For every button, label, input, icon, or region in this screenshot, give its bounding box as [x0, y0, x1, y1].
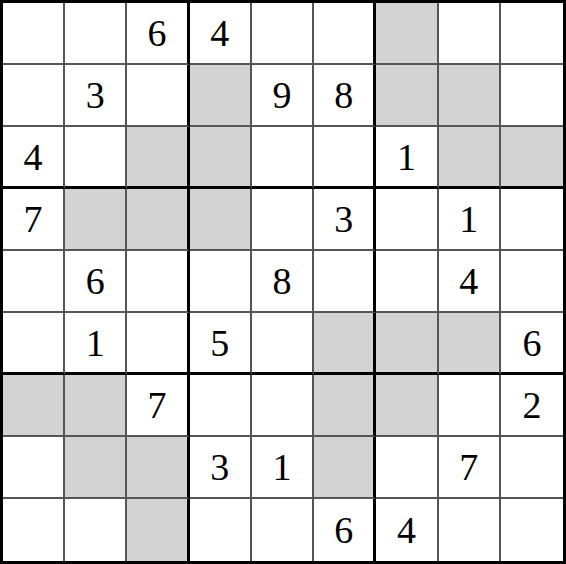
cell-r0c6[interactable] — [376, 3, 438, 65]
cell-r1c6[interactable] — [376, 65, 438, 127]
cell-r3c7-given: 1 — [439, 189, 501, 251]
cell-r2c2[interactable] — [127, 127, 189, 189]
cell-r8c0[interactable] — [3, 499, 65, 561]
cell-r6c3[interactable] — [190, 375, 252, 437]
cell-r7c2[interactable] — [127, 437, 189, 499]
cell-r3c2[interactable] — [127, 189, 189, 251]
cell-r6c5[interactable] — [314, 375, 376, 437]
cell-r3c4[interactable] — [252, 189, 314, 251]
cell-r1c3[interactable] — [190, 65, 252, 127]
cell-r6c8-given: 2 — [501, 375, 563, 437]
cell-r4c2[interactable] — [127, 251, 189, 313]
cell-r5c6[interactable] — [376, 313, 438, 375]
cell-r0c3-given: 4 — [190, 3, 252, 65]
cell-r3c3[interactable] — [190, 189, 252, 251]
cell-r7c1[interactable] — [65, 437, 127, 499]
cell-r0c2-given: 6 — [127, 3, 189, 65]
cell-r5c5[interactable] — [314, 313, 376, 375]
cell-r6c0[interactable] — [3, 375, 65, 437]
cell-r3c8[interactable] — [501, 189, 563, 251]
cell-r5c2[interactable] — [127, 313, 189, 375]
cell-r8c7[interactable] — [439, 499, 501, 561]
cell-r4c8[interactable] — [501, 251, 563, 313]
cell-r6c4[interactable] — [252, 375, 314, 437]
cell-r1c8[interactable] — [501, 65, 563, 127]
cell-r7c3-given: 3 — [190, 437, 252, 499]
cell-r4c1-given: 6 — [65, 251, 127, 313]
cell-r7c8[interactable] — [501, 437, 563, 499]
cell-r5c4[interactable] — [252, 313, 314, 375]
cell-r7c0[interactable] — [3, 437, 65, 499]
sudoku-board: 64398417316841567231764 — [0, 0, 566, 564]
cell-r3c0-given: 7 — [3, 189, 65, 251]
cell-r0c8[interactable] — [501, 3, 563, 65]
cell-r0c4[interactable] — [252, 3, 314, 65]
cell-r6c6[interactable] — [376, 375, 438, 437]
cell-r2c1[interactable] — [65, 127, 127, 189]
cell-r7c5[interactable] — [314, 437, 376, 499]
cell-r0c5[interactable] — [314, 3, 376, 65]
cell-r2c6-given: 1 — [376, 127, 438, 189]
cell-r8c3[interactable] — [190, 499, 252, 561]
cell-r2c0-given: 4 — [3, 127, 65, 189]
cell-r1c2[interactable] — [127, 65, 189, 127]
cell-r2c8[interactable] — [501, 127, 563, 189]
cell-r6c7[interactable] — [439, 375, 501, 437]
cell-r0c1[interactable] — [65, 3, 127, 65]
cell-r8c4[interactable] — [252, 499, 314, 561]
cell-r0c0[interactable] — [3, 3, 65, 65]
cell-r5c7[interactable] — [439, 313, 501, 375]
cell-r7c6[interactable] — [376, 437, 438, 499]
cell-r3c5-given: 3 — [314, 189, 376, 251]
cell-r8c8[interactable] — [501, 499, 563, 561]
cell-r4c5[interactable] — [314, 251, 376, 313]
cell-r1c4-given: 9 — [252, 65, 314, 127]
cell-r4c4-given: 8 — [252, 251, 314, 313]
cell-r8c1[interactable] — [65, 499, 127, 561]
cell-r3c6[interactable] — [376, 189, 438, 251]
cell-r6c1[interactable] — [65, 375, 127, 437]
cell-r7c7-given: 7 — [439, 437, 501, 499]
cell-r5c3-given: 5 — [190, 313, 252, 375]
cell-r4c3[interactable] — [190, 251, 252, 313]
cell-r8c2[interactable] — [127, 499, 189, 561]
cell-r8c6-given: 4 — [376, 499, 438, 561]
cell-r8c5-given: 6 — [314, 499, 376, 561]
cell-r1c0[interactable] — [3, 65, 65, 127]
cell-r0c7[interactable] — [439, 3, 501, 65]
cell-r2c5[interactable] — [314, 127, 376, 189]
cell-r5c8-given: 6 — [501, 313, 563, 375]
cell-r5c0[interactable] — [3, 313, 65, 375]
sudoku-puzzle: 64398417316841567231764 — [0, 0, 566, 564]
cell-r2c7[interactable] — [439, 127, 501, 189]
cell-r6c2-given: 7 — [127, 375, 189, 437]
cell-r1c1-given: 3 — [65, 65, 127, 127]
cell-r3c1[interactable] — [65, 189, 127, 251]
cell-r4c7-given: 4 — [439, 251, 501, 313]
cell-r4c0[interactable] — [3, 251, 65, 313]
cell-r1c7[interactable] — [439, 65, 501, 127]
cell-r2c4[interactable] — [252, 127, 314, 189]
cell-r2c3[interactable] — [190, 127, 252, 189]
cell-r4c6[interactable] — [376, 251, 438, 313]
cell-r7c4-given: 1 — [252, 437, 314, 499]
cell-r1c5-given: 8 — [314, 65, 376, 127]
cell-r5c1-given: 1 — [65, 313, 127, 375]
